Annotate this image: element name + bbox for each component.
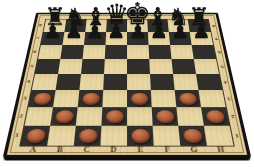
rank-label-right-5: 5	[216, 59, 229, 74]
square-e2[interactable]	[127, 107, 153, 125]
square-f1[interactable]	[153, 126, 181, 146]
file-label-bottom-C: C	[73, 146, 101, 155]
square-e1[interactable]	[127, 126, 154, 146]
square-a4[interactable]	[32, 74, 58, 90]
square-h2[interactable]	[201, 107, 229, 125]
square-f5[interactable]	[149, 59, 173, 74]
square-d3[interactable]	[102, 90, 127, 107]
square-c2[interactable]	[76, 107, 103, 125]
square-c1[interactable]	[74, 126, 102, 146]
square-g2[interactable]	[176, 107, 203, 125]
square-g5[interactable]	[171, 59, 196, 74]
square-b3[interactable]	[53, 90, 79, 107]
square-f6[interactable]	[149, 45, 172, 59]
red-checker-disc-e3[interactable]	[131, 93, 148, 105]
piece-black-pawn-e7[interactable]: ♟	[128, 21, 147, 42]
rank-label-right-3: 3	[222, 90, 236, 107]
red-checker-disc-a3[interactable]	[33, 93, 52, 105]
square-a2[interactable]	[25, 107, 53, 125]
red-checker-disc-b2[interactable]	[54, 110, 73, 123]
file-label-bottom-D: D	[100, 146, 127, 155]
red-checker-disc-c1[interactable]	[78, 129, 97, 143]
piece-black-pawn-f7[interactable]: ♟	[150, 21, 169, 42]
square-a1[interactable]	[21, 126, 51, 146]
square-c3[interactable]	[78, 90, 104, 107]
square-g6[interactable]	[170, 45, 194, 59]
square-d2[interactable]	[101, 107, 127, 125]
square-e4[interactable]	[127, 74, 151, 90]
square-e5[interactable]	[127, 59, 150, 74]
square-c4[interactable]	[79, 74, 104, 90]
square-c5[interactable]	[81, 59, 105, 74]
board-photo-canvas: ABCDEFGH ABCDEFGH 87654321 87654321 ♜♞♝♛…	[0, 0, 254, 167]
square-f4[interactable]	[150, 74, 175, 90]
square-b2[interactable]	[50, 107, 77, 125]
piece-black-pawn-b7[interactable]: ♟	[64, 21, 83, 42]
square-b5[interactable]	[58, 59, 83, 74]
file-label-bottom-B: B	[46, 146, 74, 155]
square-c6[interactable]	[83, 45, 106, 59]
chess-board: ABCDEFGH ABCDEFGH 87654321 87654321	[3, 13, 252, 158]
square-b1[interactable]	[47, 126, 76, 146]
red-checker-disc-f2[interactable]	[156, 110, 174, 123]
rank-label-right-6: 6	[213, 45, 226, 59]
file-label-bottom-G: G	[180, 146, 208, 155]
file-label-bottom-F: F	[154, 146, 182, 155]
square-a5[interactable]	[35, 59, 60, 74]
square-e6[interactable]	[127, 45, 149, 59]
square-g3[interactable]	[175, 90, 201, 107]
square-d6[interactable]	[105, 45, 127, 59]
square-d1[interactable]	[100, 126, 127, 146]
square-h4[interactable]	[196, 74, 222, 90]
square-e3[interactable]	[127, 90, 152, 107]
piece-black-pawn-a7[interactable]: ♟	[43, 21, 62, 42]
square-a3[interactable]	[28, 90, 55, 107]
rank-label-right-4: 4	[219, 74, 233, 90]
piece-black-pawn-d7[interactable]: ♟	[107, 21, 126, 42]
square-a6[interactable]	[38, 45, 62, 59]
red-checker-disc-h2[interactable]	[205, 110, 225, 123]
red-checker-disc-d2[interactable]	[105, 110, 123, 123]
rank-label-right-7: 7	[210, 32, 222, 45]
square-g1[interactable]	[178, 126, 207, 146]
square-d5[interactable]	[104, 59, 127, 74]
red-checker-disc-e1[interactable]	[131, 129, 150, 143]
square-b6[interactable]	[60, 45, 84, 59]
piece-black-pawn-g7[interactable]: ♟	[171, 21, 190, 42]
file-label-bottom-E: E	[127, 146, 154, 155]
file-labels-bottom: ABCDEFGH	[19, 146, 236, 155]
square-h1[interactable]	[204, 126, 234, 146]
file-label-bottom-A: A	[19, 146, 47, 155]
red-checker-disc-c3[interactable]	[82, 93, 100, 105]
piece-black-pawn-c7[interactable]: ♟	[86, 21, 105, 42]
square-d4[interactable]	[103, 74, 127, 90]
square-b4[interactable]	[56, 74, 81, 90]
rank-label-right-2: 2	[226, 107, 241, 125]
square-g4[interactable]	[173, 74, 198, 90]
square-f2[interactable]	[152, 107, 179, 125]
red-checker-disc-g1[interactable]	[182, 129, 202, 143]
square-h5[interactable]	[194, 59, 219, 74]
square-f3[interactable]	[151, 90, 177, 107]
file-label-bottom-H: H	[207, 146, 235, 155]
square-h6[interactable]	[192, 45, 216, 59]
square-h3[interactable]	[198, 90, 225, 107]
red-checker-disc-a1[interactable]	[25, 129, 46, 143]
red-checker-disc-g3[interactable]	[179, 93, 197, 105]
piece-black-pawn-h7[interactable]: ♟	[192, 21, 211, 42]
